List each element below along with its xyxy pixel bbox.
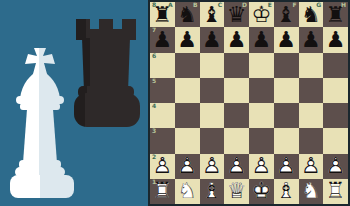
board-square-f3[interactable] [274,128,299,153]
white-knight-outline-icon: ♘ [177,180,197,202]
board-square-c8[interactable]: C♝ [200,2,225,27]
board-square-b8[interactable]: B♞ [175,2,200,27]
board-square-b6[interactable] [175,53,200,78]
white-knight[interactable]: ♞♘ [301,180,321,202]
black-knight[interactable]: ♞ [301,4,321,26]
board-square-b5[interactable] [175,78,200,103]
white-rook-outline-icon: ♖ [326,180,346,202]
board-square-b2[interactable]: ♟♙ [175,154,200,179]
rank-label: 4 [152,103,156,109]
black-pawn[interactable]: ♟ [276,29,296,51]
board-square-d7[interactable]: ♟ [224,27,249,52]
white-pawn[interactable]: ♟♙ [227,155,247,177]
board-square-c7[interactable]: ♟ [200,27,225,52]
white-king-outline-icon: ♔ [252,180,272,202]
rank-label: 3 [152,128,156,134]
black-pawn[interactable]: ♟ [177,29,197,51]
board-square-c5[interactable] [200,78,225,103]
board-square-e3[interactable] [249,128,274,153]
board-square-g6[interactable] [299,53,324,78]
black-knight[interactable]: ♞ [177,4,197,26]
white-bishop[interactable]: ♝♗ [276,180,296,202]
white-pawn[interactable]: ♟♙ [202,155,222,177]
white-pawn-outline-icon: ♙ [301,155,321,177]
decorative-chess-illustration [0,0,148,206]
black-pawn[interactable]: ♟ [227,29,247,51]
board-square-a2[interactable]: 2♟♙ [150,154,175,179]
black-rook[interactable]: ♜ [326,4,346,26]
white-rook[interactable]: ♜♖ [326,180,346,202]
board-square-a4[interactable]: 4 [150,103,175,128]
board-square-h5[interactable] [323,78,348,103]
white-knight-outline-icon: ♘ [301,180,321,202]
black-pawn[interactable]: ♟ [301,29,321,51]
white-knight[interactable]: ♞♘ [177,180,197,202]
board-square-a6[interactable]: 6 [150,53,175,78]
board-square-f2[interactable]: ♟♙ [274,154,299,179]
board-square-d2[interactable]: ♟♙ [224,154,249,179]
board-square-h6[interactable] [323,53,348,78]
board-square-g5[interactable] [299,78,324,103]
board-square-h8[interactable]: H♜ [323,2,348,27]
board-square-h4[interactable] [323,103,348,128]
board-square-h3[interactable] [323,128,348,153]
board-square-f1[interactable]: ♝♗ [274,179,299,204]
white-pawn[interactable]: ♟♙ [276,155,296,177]
board-square-a8[interactable]: A8♜ [150,2,175,27]
board-square-f7[interactable]: ♟ [274,27,299,52]
board-square-a1[interactable]: 1♜♖ [150,179,175,204]
white-bishop-outline-icon: ♗ [202,180,222,202]
board-square-f5[interactable] [274,78,299,103]
black-king[interactable]: ♔ [252,4,272,26]
white-pawn-outline-icon: ♙ [153,155,173,177]
chess-board: A8♜B♞C♝D♛E♔F♝G♞H♜7♟♟♟♟♟♟♟♟65432♟♙♟♙♟♙♟♙♟… [150,2,348,204]
white-pawn-outline-icon: ♙ [227,155,247,177]
black-pawn[interactable]: ♟ [153,29,173,51]
board-square-h1[interactable]: ♜♖ [323,179,348,204]
white-king[interactable]: ♚♔ [252,180,272,202]
board-square-b3[interactable] [175,128,200,153]
board-square-c2[interactable]: ♟♙ [200,154,225,179]
white-pawn[interactable]: ♟♙ [252,155,272,177]
white-bishop-outline-icon: ♗ [276,180,296,202]
white-rook-outline-icon: ♖ [153,180,173,202]
board-square-h7[interactable]: ♟ [323,27,348,52]
board-square-g2[interactable]: ♟♙ [299,154,324,179]
board-square-f8[interactable]: F♝ [274,2,299,27]
board-square-b1[interactable]: ♞♘ [175,179,200,204]
board-square-g3[interactable] [299,128,324,153]
board-square-h2[interactable]: ♟♙ [323,154,348,179]
white-pawn[interactable]: ♟♙ [153,155,173,177]
black-bishop[interactable]: ♝ [202,4,222,26]
white-pawn-outline-icon: ♙ [202,155,222,177]
board-square-c3[interactable] [200,128,225,153]
board-square-c1[interactable]: ♝♗ [200,179,225,204]
board-square-a5[interactable]: 5 [150,78,175,103]
board-square-d8[interactable]: D♛ [224,2,249,27]
board-square-b4[interactable] [175,103,200,128]
board-square-d3[interactable] [224,128,249,153]
board-square-e1[interactable]: ♚♔ [249,179,274,204]
board-square-g4[interactable] [299,103,324,128]
board-square-d6[interactable] [224,53,249,78]
board-square-d1[interactable]: ♛♕ [224,179,249,204]
board-square-e4[interactable] [249,103,274,128]
black-rook[interactable]: ♜ [153,4,173,26]
board-square-c6[interactable] [200,53,225,78]
white-pawn-outline-icon: ♙ [276,155,296,177]
white-queen[interactable]: ♛♕ [227,180,247,202]
board-square-e6[interactable] [249,53,274,78]
board-square-g7[interactable]: ♟ [299,27,324,52]
black-bishop[interactable]: ♝ [276,4,296,26]
black-rook-illustration [74,19,140,127]
white-pawn-outline-icon: ♙ [252,155,272,177]
white-pawn[interactable]: ♟♙ [326,155,346,177]
white-pawn[interactable]: ♟♙ [301,155,321,177]
rank-label: 6 [152,53,156,59]
board-square-a3[interactable]: 3 [150,128,175,153]
black-pawn[interactable]: ♟ [326,29,346,51]
white-pawn-outline-icon: ♙ [326,155,346,177]
black-pawn[interactable]: ♟ [202,29,222,51]
board-square-e7[interactable]: ♟ [249,27,274,52]
rank-label: 5 [152,78,156,84]
black-queen[interactable]: ♛ [227,4,247,26]
board-square-g1[interactable]: ♞♘ [299,179,324,204]
board-square-f4[interactable] [274,103,299,128]
board-square-e2[interactable]: ♟♙ [249,154,274,179]
board-square-d5[interactable] [224,78,249,103]
white-bishop[interactable]: ♝♗ [202,180,222,202]
white-pawn[interactable]: ♟♙ [177,155,197,177]
black-pawn[interactable]: ♟ [252,29,272,51]
white-pawn-outline-icon: ♙ [177,155,197,177]
board-square-f6[interactable] [274,53,299,78]
board-square-e8[interactable]: E♔ [249,2,274,27]
chess-board-frame: A8♜B♞C♝D♛E♔F♝G♞H♜7♟♟♟♟♟♟♟♟65432♟♙♟♙♟♙♟♙♟… [148,0,350,206]
board-square-c4[interactable] [200,103,225,128]
white-queen-outline-icon: ♕ [227,180,247,202]
board-square-d4[interactable] [224,103,249,128]
white-king-illustration [10,48,74,198]
board-square-g8[interactable]: G♞ [299,2,324,27]
board-square-b7[interactable]: ♟ [175,27,200,52]
white-rook[interactable]: ♜♖ [153,180,173,202]
board-square-e5[interactable] [249,78,274,103]
board-square-a7[interactable]: 7♟ [150,27,175,52]
